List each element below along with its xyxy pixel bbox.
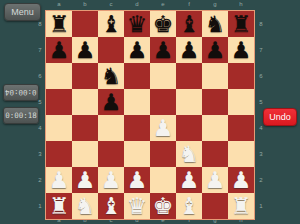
square-a4[interactable] (46, 115, 72, 141)
square-c7[interactable] (98, 37, 124, 63)
square-f8[interactable]: ♝ (176, 11, 202, 37)
file-label-e: e (150, 1, 176, 9)
piece-black-pawn[interactable]: ♟ (127, 37, 148, 63)
square-g8[interactable]: ♞ (202, 11, 228, 37)
rank-label-2: 2 (257, 167, 265, 193)
file-label-d: d (124, 1, 150, 9)
square-e7[interactable]: ♟ (150, 37, 176, 63)
square-c1[interactable]: ♝ (98, 193, 124, 219)
square-h2[interactable]: ♟ (228, 167, 254, 193)
square-d3[interactable] (124, 141, 150, 167)
square-d8[interactable]: ♛ (124, 11, 150, 37)
square-a3[interactable] (46, 141, 72, 167)
piece-black-bishop[interactable]: ♝ (179, 11, 200, 37)
square-d4[interactable] (124, 115, 150, 141)
piece-white-pawn[interactable]: ♟ (179, 167, 200, 193)
square-c6[interactable]: ♞ (98, 63, 124, 89)
piece-black-pawn[interactable]: ♟ (101, 89, 122, 115)
square-b1[interactable]: ♞ (72, 193, 98, 219)
square-a6[interactable] (46, 63, 72, 89)
piece-black-king[interactable]: ♚ (153, 11, 174, 37)
square-a1[interactable]: ♜ (46, 193, 72, 219)
square-h4[interactable] (228, 115, 254, 141)
white-clock-time: 0:00:18 (5, 111, 37, 120)
rank-label-6: 6 (257, 63, 265, 89)
black-clock-time: 0:00:04 (5, 88, 37, 97)
square-d2[interactable]: ♟ (124, 167, 150, 193)
piece-white-pawn[interactable]: ♟ (49, 167, 70, 193)
square-c4[interactable] (98, 115, 124, 141)
piece-black-pawn[interactable]: ♟ (231, 37, 252, 63)
square-d6[interactable] (124, 63, 150, 89)
piece-white-pawn[interactable]: ♟ (75, 167, 96, 193)
square-b5[interactable] (72, 89, 98, 115)
square-f3[interactable]: ♞ (176, 141, 202, 167)
file-label-f: f (176, 1, 202, 9)
rank-label-8: 8 (36, 11, 44, 37)
rank-label-5: 5 (257, 89, 265, 115)
chess-board: ♜♝♛♚♝♞♜♟♟♟♟♟♟♟♞♟♟♞♟♟♟♟♟♟♟♜♞♝♛♚♝♜ (45, 10, 255, 220)
square-e2[interactable] (150, 167, 176, 193)
piece-white-pawn[interactable]: ♟ (153, 115, 174, 141)
square-e6[interactable] (150, 63, 176, 89)
piece-black-knight[interactable]: ♞ (205, 11, 226, 37)
square-h5[interactable] (228, 89, 254, 115)
piece-black-pawn[interactable]: ♟ (205, 37, 226, 63)
file-labels-top: abcdefgh (46, 1, 254, 9)
white-clock-button[interactable]: 0:00:18 (3, 107, 39, 124)
square-a2[interactable]: ♟ (46, 167, 72, 193)
square-b8[interactable] (72, 11, 98, 37)
rank-label-2: 2 (36, 167, 44, 193)
piece-white-bishop[interactable]: ♝ (179, 193, 200, 219)
piece-black-bishop[interactable]: ♝ (101, 11, 122, 37)
square-b2[interactable]: ♟ (72, 167, 98, 193)
piece-white-pawn[interactable]: ♟ (101, 167, 122, 193)
square-h8[interactable]: ♜ (228, 11, 254, 37)
piece-white-bishop[interactable]: ♝ (101, 193, 122, 219)
piece-white-king[interactable]: ♚ (153, 193, 174, 219)
square-b6[interactable] (72, 63, 98, 89)
piece-white-rook[interactable]: ♜ (49, 193, 70, 219)
file-label-c: c (98, 1, 124, 9)
piece-black-pawn[interactable]: ♟ (153, 37, 174, 63)
square-f2[interactable]: ♟ (176, 167, 202, 193)
square-b3[interactable] (72, 141, 98, 167)
black-clock-button[interactable]: 0:00:04 (3, 84, 39, 101)
undo-button[interactable]: Undo (263, 108, 297, 126)
rank-label-3: 3 (36, 141, 44, 167)
rank-label-7: 7 (257, 37, 265, 63)
rank-label-6: 6 (36, 63, 44, 89)
piece-black-pawn[interactable]: ♟ (179, 37, 200, 63)
piece-white-knight[interactable]: ♞ (75, 193, 96, 219)
piece-white-pawn[interactable]: ♟ (231, 167, 252, 193)
piece-black-queen[interactable]: ♛ (127, 11, 148, 37)
rank-labels-left: 87654321 (36, 11, 44, 219)
file-label-g: g (202, 1, 228, 9)
square-d7[interactable]: ♟ (124, 37, 150, 63)
square-h1[interactable]: ♜ (228, 193, 254, 219)
square-f7[interactable]: ♟ (176, 37, 202, 63)
rank-label-8: 8 (257, 11, 265, 37)
square-g7[interactable]: ♟ (202, 37, 228, 63)
piece-white-queen[interactable]: ♛ (127, 193, 148, 219)
square-g2[interactable]: ♟ (202, 167, 228, 193)
piece-black-knight[interactable]: ♞ (101, 63, 122, 89)
chess-app: Menu 0:00:04 0:00:18 Undo abcdefgh abcde… (0, 0, 300, 224)
rank-label-4: 4 (257, 115, 265, 141)
square-h6[interactable] (228, 63, 254, 89)
rank-label-1: 1 (257, 193, 265, 219)
square-h7[interactable]: ♟ (228, 37, 254, 63)
rank-label-4: 4 (36, 115, 44, 141)
file-label-h: h (228, 1, 254, 9)
square-f4[interactable] (176, 115, 202, 141)
square-g5[interactable] (202, 89, 228, 115)
square-f1[interactable]: ♝ (176, 193, 202, 219)
square-e3[interactable] (150, 141, 176, 167)
square-c5[interactable]: ♟ (98, 89, 124, 115)
square-c8[interactable]: ♝ (98, 11, 124, 37)
square-g4[interactable] (202, 115, 228, 141)
square-e5[interactable] (150, 89, 176, 115)
square-f5[interactable] (176, 89, 202, 115)
piece-black-pawn[interactable]: ♟ (75, 37, 96, 63)
square-e1[interactable]: ♚ (150, 193, 176, 219)
rank-label-3: 3 (257, 141, 265, 167)
piece-white-rook[interactable]: ♜ (231, 193, 252, 219)
square-g3[interactable] (202, 141, 228, 167)
square-e8[interactable]: ♚ (150, 11, 176, 37)
rank-label-1: 1 (36, 193, 44, 219)
square-g6[interactable] (202, 63, 228, 89)
rank-label-5: 5 (36, 89, 44, 115)
piece-black-rook[interactable]: ♜ (231, 11, 252, 37)
square-a5[interactable] (46, 89, 72, 115)
square-b4[interactable] (72, 115, 98, 141)
piece-black-pawn[interactable]: ♟ (49, 37, 70, 63)
rank-labels-right: 87654321 (257, 11, 265, 219)
file-label-b: b (72, 1, 98, 9)
square-b7[interactable]: ♟ (72, 37, 98, 63)
square-d5[interactable] (124, 89, 150, 115)
square-g1[interactable] (202, 193, 228, 219)
piece-black-rook[interactable]: ♜ (49, 11, 70, 37)
piece-white-pawn[interactable]: ♟ (205, 167, 226, 193)
square-e4[interactable]: ♟ (150, 115, 176, 141)
square-f6[interactable] (176, 63, 202, 89)
square-a7[interactable]: ♟ (46, 37, 72, 63)
square-c3[interactable] (98, 141, 124, 167)
piece-white-pawn[interactable]: ♟ (127, 167, 148, 193)
piece-white-knight[interactable]: ♞ (179, 141, 200, 167)
file-label-a: a (46, 1, 72, 9)
rank-label-7: 7 (36, 37, 44, 63)
square-c2[interactable]: ♟ (98, 167, 124, 193)
square-a8[interactable]: ♜ (46, 11, 72, 37)
square-h3[interactable] (228, 141, 254, 167)
square-d1[interactable]: ♛ (124, 193, 150, 219)
